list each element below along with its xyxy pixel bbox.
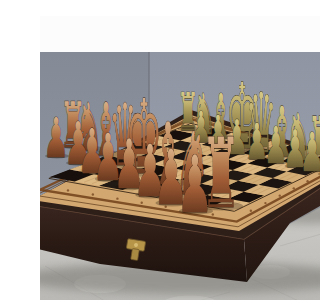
piece-white-p-h2: ♟ (177, 139, 214, 231)
piece-black-p-h7: ♟ (316, 122, 320, 188)
chess-set-photo: ♜♞♝♟♜♚♟♞♛♟♝♝♟♟♞♟♟♜♛♟♟♚♟♟♟♝♟♞♟♟♜♟ (40, 16, 320, 300)
top-white-strip (40, 16, 320, 52)
scene-svg: ♜♞♝♟♜♚♟♞♛♟♝♝♟♟♞♟♟♜♛♟♟♚♟♟♟♝♟♞♟♟♜♟ (40, 16, 320, 300)
